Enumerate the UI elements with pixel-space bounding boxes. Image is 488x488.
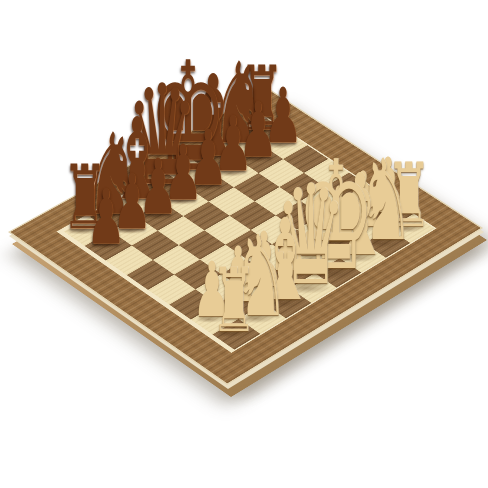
- chess-board: [8, 88, 483, 385]
- board-inlay-line: [57, 115, 437, 352]
- product-photo-stage: ♜♟♞♟♝♟♚♟♛♟♝♟♟♞♜♟♟♜♞♟♟♝♟♚♟♛♟♝♟♞♟♜: [0, 0, 488, 488]
